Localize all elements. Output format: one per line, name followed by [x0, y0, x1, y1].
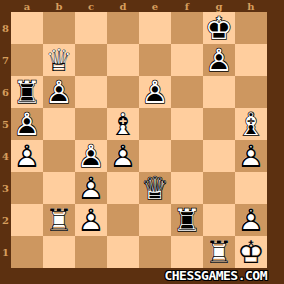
piece-outline-white-king-icon: ♔ [235, 236, 267, 268]
piece-outline-white-pawn-icon: ♙ [75, 172, 107, 204]
square-h3[interactable] [235, 172, 267, 204]
piece-outline-black-king-icon: ♔ [203, 12, 235, 44]
piece-outline-black-pawn-icon: ♙ [203, 44, 235, 76]
piece-outline-white-pawn-icon: ♙ [11, 140, 43, 172]
square-e5[interactable] [139, 108, 171, 140]
piece-white-rook[interactable]: ♜ [43, 204, 75, 236]
square-h6[interactable] [235, 76, 267, 108]
piece-black-rook[interactable]: ♜ [11, 76, 43, 108]
square-g2[interactable] [203, 204, 235, 236]
piece-black-pawn[interactable]: ♟ [75, 140, 107, 172]
square-f2[interactable]: ♜♖ [171, 204, 203, 236]
piece-black-queen[interactable]: ♛ [139, 172, 171, 204]
chessgames-watermark: CHESSGAMES.COM [164, 268, 267, 283]
rank-label-1: 1 [0, 236, 11, 268]
square-a3[interactable] [11, 172, 43, 204]
square-f5[interactable] [171, 108, 203, 140]
square-d4[interactable]: ♟♙ [107, 140, 139, 172]
square-a4[interactable]: ♟♙ [11, 140, 43, 172]
square-h2[interactable]: ♟♙ [235, 204, 267, 236]
square-g1[interactable]: ♜♖ [203, 236, 235, 268]
square-a2[interactable] [11, 204, 43, 236]
chess-diagram: ♚♔♛♕♟♙♜♖♟♙♟♙♟♙♝♗♝♗♟♙♟♙♟♙♟♙♟♙♛♕♜♖♟♙♜♖♟♙♜♖… [0, 0, 284, 284]
file-label-g: g [203, 0, 235, 12]
piece-black-pawn[interactable]: ♟ [139, 76, 171, 108]
square-g7[interactable]: ♟♙ [203, 44, 235, 76]
square-d8[interactable] [107, 12, 139, 44]
square-c1[interactable] [75, 236, 107, 268]
piece-white-rook[interactable]: ♜ [203, 236, 235, 268]
piece-outline-black-rook-icon: ♖ [11, 76, 43, 108]
file-label-h: h [235, 0, 267, 12]
square-c6[interactable] [75, 76, 107, 108]
piece-black-rook[interactable]: ♜ [171, 204, 203, 236]
square-b1[interactable] [43, 236, 75, 268]
square-e4[interactable] [139, 140, 171, 172]
piece-black-pawn[interactable]: ♟ [43, 76, 75, 108]
piece-black-bishop[interactable]: ♝ [235, 108, 267, 140]
square-g6[interactable] [203, 76, 235, 108]
piece-white-pawn[interactable]: ♟ [235, 204, 267, 236]
square-b4[interactable] [43, 140, 75, 172]
square-c8[interactable] [75, 12, 107, 44]
square-e1[interactable] [139, 236, 171, 268]
piece-white-pawn[interactable]: ♟ [107, 140, 139, 172]
rank-label-5: 5 [0, 108, 11, 140]
square-b7[interactable]: ♛♕ [43, 44, 75, 76]
file-label-f: f [171, 0, 203, 12]
square-h4[interactable]: ♟♙ [235, 140, 267, 172]
square-e2[interactable] [139, 204, 171, 236]
square-c7[interactable] [75, 44, 107, 76]
square-f4[interactable] [171, 140, 203, 172]
file-label-c: c [75, 0, 107, 12]
piece-white-bishop[interactable]: ♝ [107, 108, 139, 140]
square-e7[interactable] [139, 44, 171, 76]
square-f7[interactable] [171, 44, 203, 76]
square-a5[interactable]: ♟♙ [11, 108, 43, 140]
square-g8[interactable]: ♚♔ [203, 12, 235, 44]
piece-white-pawn[interactable]: ♟ [75, 172, 107, 204]
square-b5[interactable] [43, 108, 75, 140]
rank-label-3: 3 [0, 172, 11, 204]
square-b2[interactable]: ♜♖ [43, 204, 75, 236]
piece-outline-black-rook-icon: ♖ [171, 204, 203, 236]
square-a8[interactable] [11, 12, 43, 44]
piece-outline-black-queen-icon: ♕ [139, 172, 171, 204]
rank-label-7: 7 [0, 44, 11, 76]
square-f1[interactable] [171, 236, 203, 268]
square-b6[interactable]: ♟♙ [43, 76, 75, 108]
piece-outline-white-pawn-icon: ♙ [235, 204, 267, 236]
square-f3[interactable] [171, 172, 203, 204]
square-c4[interactable]: ♟♙ [75, 140, 107, 172]
piece-white-pawn[interactable]: ♟ [235, 140, 267, 172]
square-g3[interactable] [203, 172, 235, 204]
square-e3[interactable]: ♛♕ [139, 172, 171, 204]
piece-outline-black-pawn-icon: ♙ [139, 76, 171, 108]
square-e8[interactable] [139, 12, 171, 44]
piece-outline-white-pawn-icon: ♙ [235, 140, 267, 172]
file-label-b: b [43, 0, 75, 12]
piece-white-king[interactable]: ♚ [235, 236, 267, 268]
square-f6[interactable] [171, 76, 203, 108]
square-c3[interactable]: ♟♙ [75, 172, 107, 204]
rank-label-8: 8 [0, 12, 11, 44]
piece-outline-black-pawn-icon: ♙ [43, 76, 75, 108]
square-d1[interactable] [107, 236, 139, 268]
square-h1[interactable]: ♚♔ [235, 236, 267, 268]
rank-label-4: 4 [0, 140, 11, 172]
piece-black-pawn[interactable]: ♟ [11, 108, 43, 140]
square-d7[interactable] [107, 44, 139, 76]
square-a1[interactable] [11, 236, 43, 268]
square-d6[interactable] [107, 76, 139, 108]
file-label-d: d [107, 0, 139, 12]
board: ♚♔♛♕♟♙♜♖♟♙♟♙♟♙♝♗♝♗♟♙♟♙♟♙♟♙♟♙♛♕♜♖♟♙♜♖♟♙♜♖… [11, 12, 267, 268]
piece-outline-white-rook-icon: ♖ [203, 236, 235, 268]
square-a6[interactable]: ♜♖ [11, 76, 43, 108]
piece-white-queen[interactable]: ♛ [43, 44, 75, 76]
square-h8[interactable] [235, 12, 267, 44]
square-f8[interactable] [171, 12, 203, 44]
piece-white-pawn[interactable]: ♟ [11, 140, 43, 172]
piece-outline-white-pawn-icon: ♙ [75, 204, 107, 236]
square-d3[interactable] [107, 172, 139, 204]
piece-outline-white-bishop-icon: ♗ [107, 108, 139, 140]
piece-outline-white-rook-icon: ♖ [43, 204, 75, 236]
square-d5[interactable]: ♝♗ [107, 108, 139, 140]
square-g5[interactable] [203, 108, 235, 140]
rank-label-6: 6 [0, 76, 11, 108]
file-label-e: e [139, 0, 171, 12]
file-label-a: a [11, 0, 43, 12]
piece-outline-black-bishop-icon: ♗ [235, 108, 267, 140]
square-b3[interactable] [43, 172, 75, 204]
square-d2[interactable] [107, 204, 139, 236]
square-a7[interactable] [11, 44, 43, 76]
rank-label-2: 2 [0, 204, 11, 236]
piece-outline-black-pawn-icon: ♙ [11, 108, 43, 140]
piece-outline-black-pawn-icon: ♙ [75, 140, 107, 172]
piece-outline-white-pawn-icon: ♙ [107, 140, 139, 172]
square-b8[interactable] [43, 12, 75, 44]
piece-outline-white-queen-icon: ♕ [43, 44, 75, 76]
square-e6[interactable]: ♟♙ [139, 76, 171, 108]
square-h5[interactable]: ♝♗ [235, 108, 267, 140]
square-g4[interactable] [203, 140, 235, 172]
square-c5[interactable] [75, 108, 107, 140]
square-h7[interactable] [235, 44, 267, 76]
piece-white-pawn[interactable]: ♟ [75, 204, 107, 236]
piece-black-pawn[interactable]: ♟ [203, 44, 235, 76]
piece-black-king[interactable]: ♚ [203, 12, 235, 44]
square-c2[interactable]: ♟♙ [75, 204, 107, 236]
